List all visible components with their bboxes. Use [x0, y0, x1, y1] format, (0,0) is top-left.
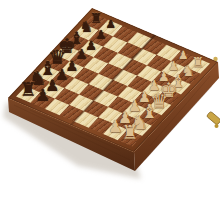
piece-white-pawn-a2[interactable]: ♟ [108, 119, 123, 135]
piece-black-pawn-a7[interactable]: ♟ [35, 88, 50, 104]
piece-black-rook-a8[interactable]: ♜ [20, 80, 37, 99]
pieces-layer: ♜♞♝♛♚♝♞♜♟♟♟♟♟♟♟♟♟♟♟♟♟♟♟♟♜♞♝♛♚♝♞♜ [0, 0, 220, 201]
piece-white-pawn-h2[interactable]: ♟ [178, 50, 188, 62]
chessboard-photo: ♜♞♝♛♚♝♞♜♟♟♟♟♟♟♟♟♟♟♟♟♟♟♟♟♜♞♝♛♚♝♞♜ [0, 0, 220, 201]
piece-white-rook-a1[interactable]: ♜ [122, 123, 139, 142]
piece-black-pawn-h7[interactable]: ♟ [105, 19, 115, 31]
